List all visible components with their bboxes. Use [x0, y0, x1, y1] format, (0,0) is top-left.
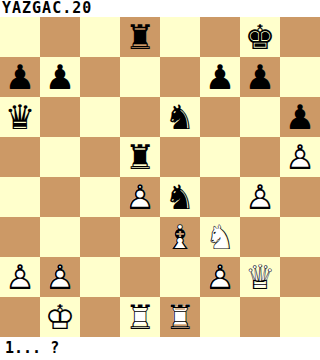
square-g6[interactable] — [240, 97, 280, 137]
piece-wP-h5[interactable]: ♙ — [280, 137, 320, 177]
square-g4[interactable]: ♟♙ — [240, 177, 280, 217]
square-g5[interactable] — [240, 137, 280, 177]
square-f5[interactable] — [200, 137, 240, 177]
puzzle-title: YAZGAC.20 — [0, 0, 320, 17]
square-d2[interactable] — [120, 257, 160, 297]
square-c8[interactable] — [80, 17, 120, 57]
piece-wB-e3[interactable]: ♗ — [160, 217, 200, 257]
square-e4[interactable]: ♞ — [160, 177, 200, 217]
square-h6[interactable]: ♟ — [280, 97, 320, 137]
square-a8[interactable] — [0, 17, 40, 57]
square-f6[interactable] — [200, 97, 240, 137]
square-b7[interactable]: ♟ — [40, 57, 80, 97]
piece-bP-b7[interactable]: ♟ — [40, 57, 80, 97]
square-h3[interactable] — [280, 217, 320, 257]
square-d7[interactable] — [120, 57, 160, 97]
square-b4[interactable] — [40, 177, 80, 217]
square-e3[interactable]: ♝♗ — [160, 217, 200, 257]
piece-wQ-g2[interactable]: ♕ — [240, 257, 280, 297]
piece-bN-e6[interactable]: ♞ — [160, 97, 200, 137]
piece-bK-g8[interactable]: ♚ — [240, 17, 280, 57]
square-e6[interactable]: ♞ — [160, 97, 200, 137]
square-a6[interactable]: ♛ — [0, 97, 40, 137]
square-h4[interactable] — [280, 177, 320, 217]
piece-bR-d8[interactable]: ♜ — [120, 17, 160, 57]
square-b2[interactable]: ♟♙ — [40, 257, 80, 297]
piece-wK-b1[interactable]: ♔ — [40, 297, 80, 337]
square-a7[interactable]: ♟ — [0, 57, 40, 97]
move-prompt: 1... ? — [0, 337, 320, 360]
square-d3[interactable] — [120, 217, 160, 257]
square-g1[interactable] — [240, 297, 280, 337]
square-g8[interactable]: ♚ — [240, 17, 280, 57]
square-a3[interactable] — [0, 217, 40, 257]
piece-bP-a7[interactable]: ♟ — [0, 57, 40, 97]
square-c2[interactable] — [80, 257, 120, 297]
square-a1[interactable] — [0, 297, 40, 337]
square-d1[interactable]: ♜♖ — [120, 297, 160, 337]
square-b8[interactable] — [40, 17, 80, 57]
piece-wP-b2[interactable]: ♙ — [40, 257, 80, 297]
square-h1[interactable] — [280, 297, 320, 337]
piece-bN-e4[interactable]: ♞ — [160, 177, 200, 217]
piece-bP-g7[interactable]: ♟ — [240, 57, 280, 97]
square-g7[interactable]: ♟ — [240, 57, 280, 97]
square-h7[interactable] — [280, 57, 320, 97]
square-c6[interactable] — [80, 97, 120, 137]
square-e1[interactable]: ♜♖ — [160, 297, 200, 337]
square-c5[interactable] — [80, 137, 120, 177]
square-c4[interactable] — [80, 177, 120, 217]
square-d8[interactable]: ♜ — [120, 17, 160, 57]
square-b5[interactable] — [40, 137, 80, 177]
square-f4[interactable] — [200, 177, 240, 217]
piece-wP-a2[interactable]: ♙ — [0, 257, 40, 297]
piece-wP-d4[interactable]: ♙ — [120, 177, 160, 217]
square-e7[interactable] — [160, 57, 200, 97]
square-f3[interactable]: ♞♘ — [200, 217, 240, 257]
square-f2[interactable]: ♟♙ — [200, 257, 240, 297]
square-f8[interactable] — [200, 17, 240, 57]
piece-bP-h6[interactable]: ♟ — [280, 97, 320, 137]
square-f7[interactable]: ♟ — [200, 57, 240, 97]
piece-wP-f2[interactable]: ♙ — [200, 257, 240, 297]
piece-wP-g4[interactable]: ♙ — [240, 177, 280, 217]
piece-wR-d1[interactable]: ♖ — [120, 297, 160, 337]
square-b1[interactable]: ♚♔ — [40, 297, 80, 337]
piece-bR-d5[interactable]: ♜ — [120, 137, 160, 177]
square-b6[interactable] — [40, 97, 80, 137]
piece-bQ-a6[interactable]: ♛ — [0, 97, 40, 137]
square-g3[interactable] — [240, 217, 280, 257]
square-d4[interactable]: ♟♙ — [120, 177, 160, 217]
square-e8[interactable] — [160, 17, 200, 57]
square-e5[interactable] — [160, 137, 200, 177]
square-h2[interactable] — [280, 257, 320, 297]
piece-wR-e1[interactable]: ♖ — [160, 297, 200, 337]
square-f1[interactable] — [200, 297, 240, 337]
square-d5[interactable]: ♜ — [120, 137, 160, 177]
square-h8[interactable] — [280, 17, 320, 57]
piece-wN-f3[interactable]: ♘ — [200, 217, 240, 257]
square-b3[interactable] — [40, 217, 80, 257]
square-a4[interactable] — [0, 177, 40, 217]
square-g2[interactable]: ♛♕ — [240, 257, 280, 297]
square-a2[interactable]: ♟♙ — [0, 257, 40, 297]
square-c3[interactable] — [80, 217, 120, 257]
square-c1[interactable] — [80, 297, 120, 337]
square-e2[interactable] — [160, 257, 200, 297]
chess-diagram-window: YAZGAC.20 ♜♚♟♟♟♟♛♞♟♜♟♙♟♙♞♟♙♝♗♞♘♟♙♟♙♟♙♛♕♚… — [0, 0, 320, 360]
square-c7[interactable] — [80, 57, 120, 97]
square-h5[interactable]: ♟♙ — [280, 137, 320, 177]
chess-board: ♜♚♟♟♟♟♛♞♟♜♟♙♟♙♞♟♙♝♗♞♘♟♙♟♙♟♙♛♕♚♔♜♖♜♖ — [0, 17, 320, 337]
square-a5[interactable] — [0, 137, 40, 177]
piece-bP-f7[interactable]: ♟ — [200, 57, 240, 97]
square-d6[interactable] — [120, 97, 160, 137]
